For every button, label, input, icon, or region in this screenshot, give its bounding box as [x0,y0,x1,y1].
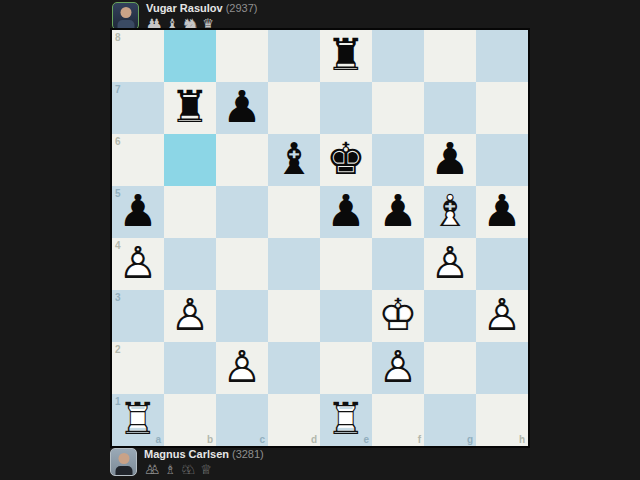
square-g2[interactable] [424,342,476,394]
square-h8[interactable] [476,30,528,82]
rank-label-6: 6 [115,136,121,147]
square-f2[interactable]: ♟♙ [372,342,424,394]
black-pawn-icon: ♟ [320,186,372,238]
square-d8[interactable] [268,30,320,82]
black-bishop-icon: ♝ [268,134,320,186]
square-d2[interactable] [268,342,320,394]
player-bottom-name-line: Magnus Carlsen(3281) [144,448,264,461]
square-d4[interactable] [268,238,320,290]
white-king-icon: ♚♔ [372,290,424,342]
square-g5[interactable]: ♝♗ [424,186,476,238]
player-bottom-name: Magnus Carlsen [144,448,229,460]
square-e1[interactable]: e♜♖ [320,394,372,446]
file-label-c: c [259,434,265,445]
file-label-f: f [418,434,421,445]
rank-label-3: 3 [115,292,121,303]
square-b2[interactable] [164,342,216,394]
square-e5[interactable]: ♟ [320,186,372,238]
square-a3[interactable]: 3 [112,290,164,342]
square-h2[interactable] [476,342,528,394]
file-label-b: b [207,434,213,445]
player-top-name: Vugar Rasulov [146,2,223,14]
square-c8[interactable] [216,30,268,82]
black-pawn-icon: ♟ [216,82,268,134]
rank-label-8: 8 [115,32,121,43]
black-rook-icon: ♜ [320,30,372,82]
player-top-name-line: Vugar Rasulov(2937) [146,2,257,15]
white-bishop-icon: ♝♗ [424,186,476,238]
square-f5[interactable]: ♟ [372,186,424,238]
square-b3[interactable]: ♟♙ [164,290,216,342]
square-d3[interactable] [268,290,320,342]
white-pawn-icon: ♟♙ [112,238,164,290]
square-c6[interactable] [216,134,268,186]
square-a6[interactable]: 6 [112,134,164,186]
rank-label-2: 2 [115,344,121,355]
square-h3[interactable]: ♟♙ [476,290,528,342]
black-pawn-icon: ♟ [112,186,164,238]
square-a2[interactable]: 2 [112,342,164,394]
square-e7[interactable] [320,82,372,134]
square-c5[interactable] [216,186,268,238]
square-h4[interactable] [476,238,528,290]
black-pawn-icon: ♟ [476,186,528,238]
square-c4[interactable] [216,238,268,290]
square-b1[interactable]: b [164,394,216,446]
black-rook-icon: ♜ [164,82,216,134]
square-g7[interactable] [424,82,476,134]
square-a4[interactable]: 4♟♙ [112,238,164,290]
white-pawn-icon: ♟♙ [476,290,528,342]
file-label-h: h [519,434,525,445]
square-f3[interactable]: ♚♔ [372,290,424,342]
square-b7[interactable]: ♜ [164,82,216,134]
square-b5[interactable] [164,186,216,238]
player-bottom-rating: (3281) [232,448,264,460]
player-top-avatar[interactable] [112,2,139,30]
square-e4[interactable] [320,238,372,290]
square-d6[interactable]: ♝ [268,134,320,186]
square-f4[interactable] [372,238,424,290]
white-pawn-icon: ♟♙ [424,238,476,290]
square-d1[interactable]: d [268,394,320,446]
rank-label-7: 7 [115,84,121,95]
square-a7[interactable]: 7 [112,82,164,134]
square-b8[interactable] [164,30,216,82]
square-a8[interactable]: 8 [112,30,164,82]
file-label-g: g [467,434,473,445]
square-h5[interactable]: ♟ [476,186,528,238]
captured-knight-icon: ♘ [185,462,197,477]
square-e6[interactable]: ♚ [320,134,372,186]
square-f7[interactable] [372,82,424,134]
captured-queen-icon: ♕ [200,462,212,477]
square-e2[interactable] [320,342,372,394]
player-bottom-captured-pieces: ♙♙♗♘♘♕ [144,462,264,477]
square-h1[interactable]: h [476,394,528,446]
square-b6[interactable] [164,134,216,186]
square-g6[interactable]: ♟ [424,134,476,186]
square-c7[interactable]: ♟ [216,82,268,134]
black-king-icon: ♚ [320,134,372,186]
white-pawn-icon: ♟♙ [164,290,216,342]
square-f8[interactable] [372,30,424,82]
square-e8[interactable]: ♜ [320,30,372,82]
square-c2[interactable]: ♟♙ [216,342,268,394]
square-d5[interactable] [268,186,320,238]
square-a1[interactable]: 1a♜♖ [112,394,164,446]
square-f1[interactable]: f [372,394,424,446]
app-frame: Vugar Rasulov(2937) ♟♟♝♞♞♛ 8♜7♜♟6♝♚♟5♟♟♟… [0,0,640,480]
player-bottom: Magnus Carlsen(3281) ♙♙♗♘♘♕ [110,448,264,477]
square-g1[interactable]: g [424,394,476,446]
square-a5[interactable]: 5♟ [112,186,164,238]
square-f6[interactable] [372,134,424,186]
player-top-rating: (2937) [226,2,258,14]
white-rook-icon: ♜♖ [112,394,164,446]
white-rook-icon: ♜♖ [320,394,372,446]
square-g4[interactable]: ♟♙ [424,238,476,290]
square-g3[interactable] [424,290,476,342]
square-d7[interactable] [268,82,320,134]
player-bottom-avatar[interactable] [110,448,137,476]
player-top: Vugar Rasulov(2937) ♟♟♝♞♞♛ [112,2,257,31]
square-c3[interactable] [216,290,268,342]
file-label-d: d [311,434,317,445]
square-e3[interactable] [320,290,372,342]
captured-pawn-icon: ♙ [149,462,161,477]
white-pawn-icon: ♟♙ [216,342,268,394]
square-b4[interactable] [164,238,216,290]
chess-board: 8♜7♜♟6♝♚♟5♟♟♟♝♗♟4♟♙♟♙3♟♙♚♔♟♙2♟♙♟♙1a♜♖bcd… [110,28,530,448]
black-pawn-icon: ♟ [424,134,476,186]
square-h6[interactable] [476,134,528,186]
square-g8[interactable] [424,30,476,82]
square-c1[interactable]: c [216,394,268,446]
black-pawn-icon: ♟ [372,186,424,238]
captured-bishop-icon: ♗ [164,462,176,477]
square-h7[interactable] [476,82,528,134]
white-pawn-icon: ♟♙ [372,342,424,394]
